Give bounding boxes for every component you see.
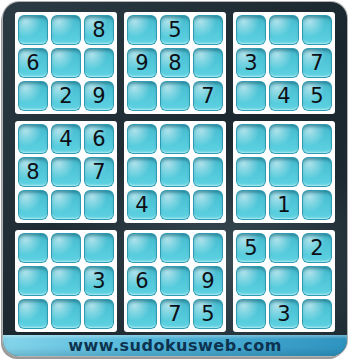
cell-r4c7[interactable]	[236, 124, 266, 154]
cell-r2c8[interactable]	[269, 48, 299, 78]
cell-r1c3[interactable]: 8	[84, 15, 114, 45]
cell-r6c4[interactable]: 4	[127, 190, 157, 220]
cell-r5c2[interactable]	[51, 157, 81, 187]
cell-r8c7[interactable]	[236, 266, 266, 296]
box-middle-center: 4	[124, 121, 226, 223]
cell-r7c6[interactable]	[193, 233, 223, 263]
cell-r1c8[interactable]	[269, 15, 299, 45]
cell-r1c5[interactable]: 5	[160, 15, 190, 45]
footer-bar: www.sudokusweb.com	[3, 335, 347, 356]
cell-r4c5[interactable]	[160, 124, 190, 154]
cell-r8c1[interactable]	[18, 266, 48, 296]
cell-r3c1[interactable]	[18, 81, 48, 111]
cell-r1c9[interactable]	[302, 15, 332, 45]
cell-r5c3[interactable]: 7	[84, 157, 114, 187]
cell-r8c5[interactable]	[160, 266, 190, 296]
cell-r3c6[interactable]: 7	[193, 81, 223, 111]
cell-r4c2[interactable]: 4	[51, 124, 81, 154]
cell-r4c8[interactable]	[269, 124, 299, 154]
cell-r5c6[interactable]	[193, 157, 223, 187]
cell-r5c4[interactable]	[127, 157, 157, 187]
cell-r2c4[interactable]: 9	[127, 48, 157, 78]
cell-r1c1[interactable]	[18, 15, 48, 45]
cell-r9c7[interactable]	[236, 299, 266, 329]
cell-r7c7[interactable]: 5	[236, 233, 266, 263]
cell-r6c9[interactable]	[302, 190, 332, 220]
cell-r9c8[interactable]: 3	[269, 299, 299, 329]
sudoku-board: 8629 5987 3745 4687 4 1 3 6975 523	[3, 2, 347, 335]
cell-r2c6[interactable]	[193, 48, 223, 78]
cell-r2c1[interactable]: 6	[18, 48, 48, 78]
cell-r4c3[interactable]: 6	[84, 124, 114, 154]
cell-r8c3[interactable]: 3	[84, 266, 114, 296]
cell-r2c7[interactable]: 3	[236, 48, 266, 78]
cell-r3c8[interactable]: 4	[269, 81, 299, 111]
cell-r1c2[interactable]	[51, 15, 81, 45]
box-top-center: 5987	[124, 12, 226, 114]
cell-r9c6[interactable]: 5	[193, 299, 223, 329]
cell-r5c1[interactable]: 8	[18, 157, 48, 187]
cell-r3c5[interactable]	[160, 81, 190, 111]
box-top-left: 8629	[15, 12, 117, 114]
cell-r9c5[interactable]: 7	[160, 299, 190, 329]
box-middle-left: 4687	[15, 121, 117, 223]
cell-r9c4[interactable]	[127, 299, 157, 329]
cell-r5c9[interactable]	[302, 157, 332, 187]
cell-r7c9[interactable]: 2	[302, 233, 332, 263]
cell-r4c6[interactable]	[193, 124, 223, 154]
cell-r2c3[interactable]	[84, 48, 114, 78]
cell-r8c4[interactable]: 6	[127, 266, 157, 296]
box-bottom-right: 523	[233, 230, 335, 332]
site-url[interactable]: www.sudokusweb.com	[68, 336, 282, 355]
cell-r9c3[interactable]	[84, 299, 114, 329]
cell-r7c4[interactable]	[127, 233, 157, 263]
cell-r1c4[interactable]	[127, 15, 157, 45]
box-bottom-left: 3	[15, 230, 117, 332]
cell-r3c9[interactable]: 5	[302, 81, 332, 111]
cell-r7c5[interactable]	[160, 233, 190, 263]
cell-r7c2[interactable]	[51, 233, 81, 263]
board-frame: 8629 5987 3745 4687 4 1 3 6975 523 www.s…	[3, 2, 347, 356]
cell-r6c5[interactable]	[160, 190, 190, 220]
cell-r6c7[interactable]	[236, 190, 266, 220]
cell-r8c9[interactable]	[302, 266, 332, 296]
cell-r8c2[interactable]	[51, 266, 81, 296]
cell-r3c4[interactable]	[127, 81, 157, 111]
cell-r5c8[interactable]	[269, 157, 299, 187]
cell-r6c3[interactable]	[84, 190, 114, 220]
cell-r9c2[interactable]	[51, 299, 81, 329]
cell-r2c5[interactable]: 8	[160, 48, 190, 78]
box-bottom-center: 6975	[124, 230, 226, 332]
cell-r4c9[interactable]	[302, 124, 332, 154]
cell-r2c9[interactable]: 7	[302, 48, 332, 78]
cell-r4c4[interactable]	[127, 124, 157, 154]
cell-r1c6[interactable]	[193, 15, 223, 45]
cell-r9c9[interactable]	[302, 299, 332, 329]
box-middle-right: 1	[233, 121, 335, 223]
cell-r6c8[interactable]: 1	[269, 190, 299, 220]
cell-r5c5[interactable]	[160, 157, 190, 187]
cell-r8c6[interactable]: 9	[193, 266, 223, 296]
cell-r6c2[interactable]	[51, 190, 81, 220]
cell-r3c2[interactable]: 2	[51, 81, 81, 111]
cell-r6c1[interactable]	[18, 190, 48, 220]
cell-r7c1[interactable]	[18, 233, 48, 263]
cell-r2c2[interactable]	[51, 48, 81, 78]
cell-r5c7[interactable]	[236, 157, 266, 187]
cell-r9c1[interactable]	[18, 299, 48, 329]
cell-r7c8[interactable]	[269, 233, 299, 263]
cell-r6c6[interactable]	[193, 190, 223, 220]
cell-r8c8[interactable]	[269, 266, 299, 296]
cell-r3c7[interactable]	[236, 81, 266, 111]
cell-r7c3[interactable]	[84, 233, 114, 263]
cell-r4c1[interactable]	[18, 124, 48, 154]
box-top-right: 3745	[233, 12, 335, 114]
cell-r1c7[interactable]	[236, 15, 266, 45]
cell-r3c3[interactable]: 9	[84, 81, 114, 111]
